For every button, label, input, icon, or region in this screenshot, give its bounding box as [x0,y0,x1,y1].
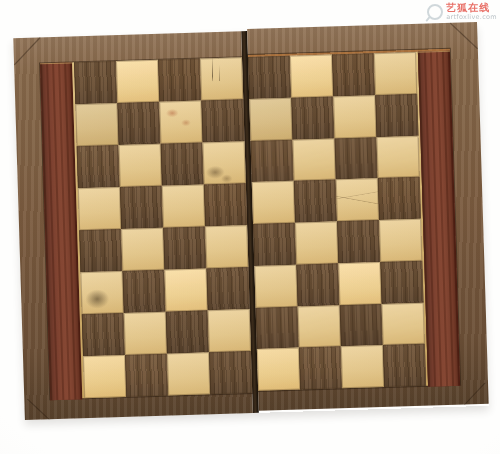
miter-joint [450,22,478,50]
board-square [78,187,121,230]
board-square [299,347,342,390]
board-square [380,261,423,304]
board-half-left-inner [40,57,252,399]
board-square [206,267,249,310]
board-square [204,183,247,226]
board-square [248,56,291,99]
board-square [249,97,292,140]
board-square [125,354,168,397]
watermark-text: 艺狐在线 artfoxlive.com [446,3,497,21]
board-square [332,53,375,96]
miter-joint [13,37,41,65]
board-square [166,310,209,353]
board-square [374,52,417,95]
board-square [159,100,202,143]
board-square [383,344,426,387]
board-square [116,60,159,103]
board-square [162,184,205,227]
board-square [209,351,252,394]
board-square [117,102,160,145]
watermark-site-url: artfoxlive.com [446,14,497,21]
checker-field-right [248,52,426,391]
board-square [124,312,167,355]
board-square [83,355,126,398]
age-mark-cracks [200,57,243,100]
checker-field-left [74,57,252,398]
board-square [119,144,162,187]
board-square [382,302,425,345]
board-square [79,229,122,272]
board-square [296,263,339,306]
miter-joint [24,398,52,420]
magnifier-icon [427,4,443,20]
board-half-right-inner [248,49,460,391]
board-half-left [13,31,253,420]
board-square [333,95,376,138]
board-square [294,180,337,223]
board-square [336,178,379,221]
board-square [292,138,335,181]
board-half-right [247,22,489,411]
board-square [74,61,117,104]
board-square [254,264,297,307]
board-square [163,226,206,269]
board-square [290,54,333,97]
board-square [161,142,204,185]
age-mark-smudge [80,271,123,314]
board-square [122,270,165,313]
board-square [298,305,341,348]
board-square [205,225,248,268]
age-mark-scratch-light [336,178,379,221]
board-square [75,103,118,146]
board-square [82,313,125,356]
board-square [253,223,296,266]
board-square [252,181,295,224]
board-square [295,221,338,264]
age-mark-red-stain [159,100,202,143]
board-square [257,348,300,391]
board-square [203,141,246,184]
miter-joint [461,383,489,405]
board-square [256,306,299,349]
board-square [341,345,384,388]
board-square [201,99,244,142]
board-square [337,220,380,263]
folding-chessboard [13,24,488,420]
age-mark-scuff [203,141,246,184]
board-square [80,271,123,314]
board-square [77,145,120,188]
board-square [334,137,377,180]
board-square [167,352,210,395]
board-square [121,228,164,271]
board-square [251,139,294,182]
board-square [208,309,251,352]
board-square [376,135,419,178]
board-square [340,304,383,347]
board-square [200,57,243,100]
board-square [338,262,381,305]
auction-photo: 艺狐在线 artfoxlive.com [0,0,500,454]
board-square [375,94,418,137]
watermark-site-name: 艺狐在线 [446,3,497,13]
board-square [378,177,421,220]
board-square [291,96,334,139]
board-square [379,219,422,262]
watermark: 艺狐在线 artfoxlive.com [427,3,497,21]
board-square [164,268,207,311]
board-square [120,186,163,229]
board-square [158,58,201,101]
